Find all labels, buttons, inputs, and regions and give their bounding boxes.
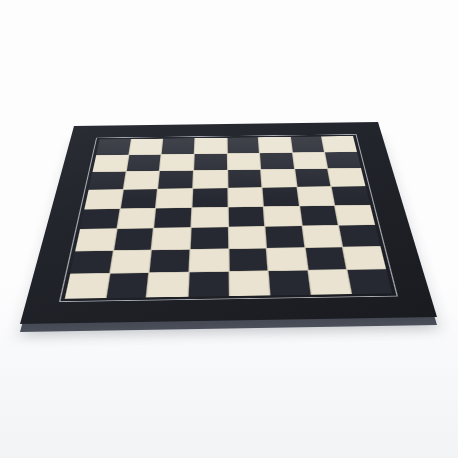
light-square [152, 228, 190, 250]
dark-square [150, 250, 190, 273]
chess-board [20, 122, 437, 324]
light-square [293, 152, 328, 169]
light-square [193, 170, 227, 188]
dark-square [263, 187, 299, 206]
light-square [124, 171, 160, 189]
light-square [261, 169, 296, 187]
dark-square [188, 272, 228, 297]
light-square [264, 206, 301, 226]
dark-square [227, 137, 259, 153]
dark-square [106, 273, 148, 298]
dark-square [348, 270, 392, 295]
dark-square [229, 248, 268, 271]
light-square [156, 189, 192, 208]
light-square [329, 168, 366, 186]
light-square [93, 155, 128, 172]
light-square [117, 208, 155, 228]
dark-square [154, 208, 191, 228]
light-square [227, 153, 260, 170]
dark-square [269, 271, 311, 296]
dark-square [192, 188, 227, 207]
light-square [322, 136, 356, 152]
dark-square [162, 138, 194, 154]
light-square [259, 137, 292, 153]
dark-square [260, 153, 294, 170]
dark-square [89, 172, 126, 190]
dark-square [80, 209, 119, 229]
dark-square [300, 206, 338, 226]
dark-square [228, 170, 262, 188]
dark-square [70, 251, 112, 274]
dark-square [126, 155, 160, 172]
light-square [84, 190, 122, 209]
light-square [190, 249, 228, 272]
light-square [110, 250, 151, 273]
dark-square [96, 139, 130, 155]
dark-square [120, 189, 157, 208]
light-square [228, 188, 263, 207]
light-square [75, 229, 116, 251]
light-square [344, 247, 386, 270]
playing-area [65, 136, 392, 299]
dark-square [266, 226, 305, 247]
dark-square [114, 228, 153, 250]
light-square [303, 226, 343, 247]
light-square [195, 138, 227, 154]
dark-square [325, 152, 361, 169]
light-square [65, 274, 109, 299]
light-square [191, 207, 227, 227]
light-square [229, 227, 266, 248]
dark-square [158, 171, 193, 189]
light-square [297, 187, 334, 206]
light-square [129, 139, 162, 155]
dark-square [305, 247, 346, 270]
dark-square [291, 137, 325, 153]
dark-square [339, 225, 380, 246]
light-square [147, 273, 188, 298]
dark-square [295, 169, 331, 187]
light-square [267, 248, 307, 271]
dark-square [191, 227, 228, 248]
dark-square [332, 186, 370, 205]
light-square [308, 270, 351, 295]
dark-square [228, 207, 264, 227]
light-square [336, 205, 375, 225]
photo-background [0, 0, 458, 458]
dark-square [194, 154, 227, 171]
light-square [160, 154, 193, 171]
light-square [229, 271, 269, 296]
